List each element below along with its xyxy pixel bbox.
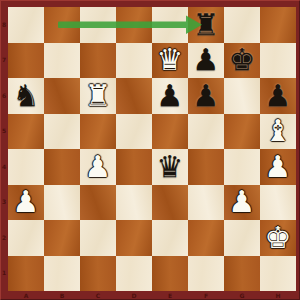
square-e2[interactable] <box>152 220 188 256</box>
rank-label-3: 3 <box>0 199 8 205</box>
square-g1[interactable] <box>224 256 260 292</box>
square-b1[interactable] <box>44 256 80 292</box>
square-e1[interactable] <box>152 256 188 292</box>
square-c7[interactable] <box>80 43 116 79</box>
file-label-e: E <box>152 293 188 299</box>
piece-white-pawn-g3[interactable]: ♟ <box>229 187 256 217</box>
file-label-b: B <box>44 293 80 299</box>
square-c3[interactable] <box>80 185 116 221</box>
square-c6[interactable]: ♜ <box>80 78 116 114</box>
square-a3[interactable]: ♟ <box>8 185 44 221</box>
square-a8[interactable] <box>8 7 44 43</box>
square-d1[interactable] <box>116 256 152 292</box>
square-e5[interactable] <box>152 114 188 150</box>
square-b5[interactable] <box>44 114 80 150</box>
piece-black-queen-e4[interactable]: ♛ <box>157 152 184 182</box>
file-label-f: F <box>188 293 224 299</box>
piece-black-king-g7[interactable]: ♚ <box>229 45 256 75</box>
square-h5[interactable]: ♝ <box>260 114 296 150</box>
square-a6[interactable]: ♞ <box>8 78 44 114</box>
piece-black-pawn-f7[interactable]: ♟ <box>193 45 220 75</box>
square-c2[interactable] <box>80 220 116 256</box>
file-label-g: G <box>224 293 260 299</box>
square-h2[interactable]: ♚ <box>260 220 296 256</box>
piece-black-knight-a6[interactable]: ♞ <box>13 81 40 111</box>
square-d3[interactable] <box>116 185 152 221</box>
chessboard-widget: ♜♛♟♚♞♜♟♟♟♝♟♛♟♟♟♚ 87654321ABCDEFGH <box>0 0 300 300</box>
square-e4[interactable]: ♛ <box>152 149 188 185</box>
rank-label-1: 1 <box>0 270 8 276</box>
square-a2[interactable] <box>8 220 44 256</box>
square-g6[interactable] <box>224 78 260 114</box>
piece-black-pawn-h6[interactable]: ♟ <box>265 81 292 111</box>
file-label-c: C <box>80 293 116 299</box>
square-f4[interactable] <box>188 149 224 185</box>
square-d5[interactable] <box>116 114 152 150</box>
square-f6[interactable]: ♟ <box>188 78 224 114</box>
square-d4[interactable] <box>116 149 152 185</box>
square-d6[interactable] <box>116 78 152 114</box>
file-label-a: A <box>8 293 44 299</box>
square-e7[interactable]: ♛ <box>152 43 188 79</box>
square-e6[interactable]: ♟ <box>152 78 188 114</box>
square-f5[interactable] <box>188 114 224 150</box>
square-g3[interactable]: ♟ <box>224 185 260 221</box>
piece-white-pawn-c4[interactable]: ♟ <box>85 152 112 182</box>
square-a4[interactable] <box>8 149 44 185</box>
piece-white-bishop-h5[interactable]: ♝ <box>265 116 292 146</box>
square-e8[interactable] <box>152 7 188 43</box>
square-g7[interactable]: ♚ <box>224 43 260 79</box>
rank-label-7: 7 <box>0 57 8 63</box>
square-d8[interactable] <box>116 7 152 43</box>
square-g5[interactable] <box>224 114 260 150</box>
piece-white-rook-c6[interactable]: ♜ <box>85 81 112 111</box>
square-d7[interactable] <box>116 43 152 79</box>
piece-white-pawn-a3[interactable]: ♟ <box>13 187 40 217</box>
square-f7[interactable]: ♟ <box>188 43 224 79</box>
square-h4[interactable]: ♟ <box>260 149 296 185</box>
square-f2[interactable] <box>188 220 224 256</box>
rank-label-4: 4 <box>0 164 8 170</box>
piece-black-pawn-f6[interactable]: ♟ <box>193 81 220 111</box>
square-c1[interactable] <box>80 256 116 292</box>
square-h7[interactable] <box>260 43 296 79</box>
square-c8[interactable] <box>80 7 116 43</box>
square-a1[interactable] <box>8 256 44 292</box>
square-c5[interactable] <box>80 114 116 150</box>
piece-white-king-h2[interactable]: ♚ <box>265 223 292 253</box>
piece-black-rook-f8[interactable]: ♜ <box>193 10 220 40</box>
square-e3[interactable] <box>152 185 188 221</box>
square-c4[interactable]: ♟ <box>80 149 116 185</box>
square-g8[interactable] <box>224 7 260 43</box>
rank-label-8: 8 <box>0 22 8 28</box>
square-g2[interactable] <box>224 220 260 256</box>
square-a5[interactable] <box>8 114 44 150</box>
square-h8[interactable] <box>260 7 296 43</box>
square-f3[interactable] <box>188 185 224 221</box>
file-label-d: D <box>116 293 152 299</box>
square-d2[interactable] <box>116 220 152 256</box>
square-g4[interactable] <box>224 149 260 185</box>
rank-label-2: 2 <box>0 235 8 241</box>
chess-board: ♜♛♟♚♞♜♟♟♟♝♟♛♟♟♟♚ <box>8 7 296 291</box>
square-b4[interactable] <box>44 149 80 185</box>
square-f1[interactable] <box>188 256 224 292</box>
square-b3[interactable] <box>44 185 80 221</box>
square-b7[interactable] <box>44 43 80 79</box>
square-b8[interactable] <box>44 7 80 43</box>
square-f8[interactable]: ♜ <box>188 7 224 43</box>
square-h3[interactable] <box>260 185 296 221</box>
rank-label-6: 6 <box>0 93 8 99</box>
square-a7[interactable] <box>8 43 44 79</box>
piece-white-pawn-h4[interactable]: ♟ <box>265 152 292 182</box>
square-b6[interactable] <box>44 78 80 114</box>
square-h1[interactable] <box>260 256 296 292</box>
file-label-h: H <box>260 293 296 299</box>
square-b2[interactable] <box>44 220 80 256</box>
rank-label-5: 5 <box>0 128 8 134</box>
square-h6[interactable]: ♟ <box>260 78 296 114</box>
piece-white-queen-e7[interactable]: ♛ <box>157 45 184 75</box>
piece-black-pawn-e6[interactable]: ♟ <box>157 81 184 111</box>
